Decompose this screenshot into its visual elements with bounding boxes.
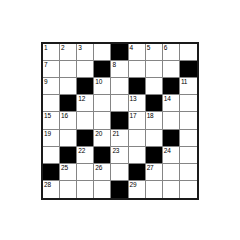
cell-r2c6[interactable] bbox=[129, 61, 146, 78]
block-cell-r3c3 bbox=[77, 78, 94, 95]
cell-r6c6[interactable] bbox=[129, 130, 146, 147]
clue-number-6: 6 bbox=[164, 44, 167, 51]
cell-r4c4[interactable] bbox=[94, 95, 111, 112]
cell-r8c5[interactable] bbox=[111, 164, 128, 181]
cell-r9c1[interactable]: 28 bbox=[43, 181, 60, 198]
clue-number-26: 26 bbox=[95, 164, 102, 171]
cell-r4c1[interactable] bbox=[43, 95, 60, 112]
clue-number-15: 15 bbox=[44, 112, 51, 119]
clue-number-10: 10 bbox=[95, 78, 102, 85]
cell-r9c6[interactable]: 29 bbox=[129, 181, 146, 198]
clue-number-20: 20 bbox=[95, 130, 102, 137]
cell-r9c9[interactable] bbox=[180, 181, 197, 198]
cell-r4c6[interactable]: 13 bbox=[129, 95, 146, 112]
cell-r8c9[interactable] bbox=[180, 164, 197, 181]
block-cell-r8c1 bbox=[43, 164, 60, 181]
cell-r8c8[interactable] bbox=[163, 164, 180, 181]
cell-r7c6[interactable] bbox=[129, 147, 146, 164]
cell-r6c4[interactable]: 20 bbox=[94, 130, 111, 147]
cell-r5c3[interactable] bbox=[77, 112, 94, 129]
cell-r2c7[interactable] bbox=[146, 61, 163, 78]
clue-number-8: 8 bbox=[112, 61, 115, 68]
block-cell-r7c4 bbox=[94, 147, 111, 164]
clue-number-25: 25 bbox=[61, 164, 68, 171]
cell-r3c4[interactable]: 10 bbox=[94, 78, 111, 95]
clue-number-4: 4 bbox=[130, 44, 133, 51]
cell-r8c2[interactable]: 25 bbox=[60, 164, 77, 181]
cell-r3c5[interactable] bbox=[111, 78, 128, 95]
clue-number-14: 14 bbox=[164, 95, 171, 102]
clue-number-11: 11 bbox=[181, 78, 187, 85]
cell-r2c3[interactable] bbox=[77, 61, 94, 78]
cell-r6c1[interactable]: 19 bbox=[43, 130, 60, 147]
cell-r9c2[interactable] bbox=[60, 181, 77, 198]
clue-number-29: 29 bbox=[130, 181, 137, 188]
cell-r5c6[interactable]: 17 bbox=[129, 112, 146, 129]
block-cell-r2c4 bbox=[94, 61, 111, 78]
clue-number-23: 23 bbox=[112, 147, 119, 154]
crossword-board: 1234567891011121314151617181920212223242… bbox=[41, 42, 199, 200]
clue-number-9: 9 bbox=[44, 78, 47, 85]
cell-r3c9[interactable]: 11 bbox=[180, 78, 197, 95]
clue-number-17: 17 bbox=[130, 112, 137, 119]
block-cell-r7c2 bbox=[60, 147, 77, 164]
block-cell-r4c7 bbox=[146, 95, 163, 112]
cell-r2c8[interactable] bbox=[163, 61, 180, 78]
cell-r9c8[interactable] bbox=[163, 181, 180, 198]
block-cell-r7c7 bbox=[146, 147, 163, 164]
block-cell-r5c5 bbox=[111, 112, 128, 129]
block-cell-r1c5 bbox=[111, 44, 128, 61]
cell-r8c4[interactable]: 26 bbox=[94, 164, 111, 181]
cell-r2c5[interactable]: 8 bbox=[111, 61, 128, 78]
clue-number-13: 13 bbox=[130, 95, 137, 102]
page: 1234567891011121314151617181920212223242… bbox=[0, 0, 240, 240]
clue-number-18: 18 bbox=[147, 112, 154, 119]
cell-r4c9[interactable] bbox=[180, 95, 197, 112]
clue-number-24: 24 bbox=[164, 147, 171, 154]
clue-number-7: 7 bbox=[44, 61, 47, 68]
cell-r5c9[interactable] bbox=[180, 112, 197, 129]
cell-r1c4[interactable] bbox=[94, 44, 111, 61]
cell-r3c1[interactable]: 9 bbox=[43, 78, 60, 95]
cell-r7c1[interactable] bbox=[43, 147, 60, 164]
cell-r1c8[interactable]: 6 bbox=[163, 44, 180, 61]
cell-r1c1[interactable]: 1 bbox=[43, 44, 60, 61]
cell-r8c3[interactable] bbox=[77, 164, 94, 181]
cell-r2c2[interactable] bbox=[60, 61, 77, 78]
cell-r4c5[interactable] bbox=[111, 95, 128, 112]
clue-number-12: 12 bbox=[78, 95, 85, 102]
cell-r8c7[interactable]: 27 bbox=[146, 164, 163, 181]
cell-r6c5[interactable]: 21 bbox=[111, 130, 128, 147]
block-cell-r3c8 bbox=[163, 78, 180, 95]
clue-number-1: 1 bbox=[44, 44, 47, 51]
block-cell-r4c2 bbox=[60, 95, 77, 112]
block-cell-r9c5 bbox=[111, 181, 128, 198]
cell-r4c3[interactable]: 12 bbox=[77, 95, 94, 112]
cell-r3c7[interactable] bbox=[146, 78, 163, 95]
cell-r2c1[interactable]: 7 bbox=[43, 61, 60, 78]
cell-r1c3[interactable]: 3 bbox=[77, 44, 94, 61]
clue-number-22: 22 bbox=[78, 147, 85, 154]
cell-r1c2[interactable]: 2 bbox=[60, 44, 77, 61]
block-cell-r3c6 bbox=[129, 78, 146, 95]
block-cell-r2c9 bbox=[180, 61, 197, 78]
clue-number-21: 21 bbox=[112, 130, 119, 137]
clue-number-5: 5 bbox=[147, 44, 150, 51]
cell-r1c7[interactable]: 5 bbox=[146, 44, 163, 61]
clue-number-28: 28 bbox=[44, 181, 51, 188]
cell-r5c2[interactable]: 16 bbox=[60, 112, 77, 129]
cell-r1c6[interactable]: 4 bbox=[129, 44, 146, 61]
clue-number-3: 3 bbox=[78, 44, 81, 51]
cell-r7c5[interactable]: 23 bbox=[111, 147, 128, 164]
cell-r7c8[interactable]: 24 bbox=[163, 147, 180, 164]
cell-r6c9[interactable] bbox=[180, 130, 197, 147]
cell-r7c3[interactable]: 22 bbox=[77, 147, 94, 164]
cell-r3c2[interactable] bbox=[60, 78, 77, 95]
cell-r6c2[interactable] bbox=[60, 130, 77, 147]
cell-r9c4[interactable] bbox=[94, 181, 111, 198]
block-cell-r6c3 bbox=[77, 130, 94, 147]
clue-number-2: 2 bbox=[61, 44, 64, 51]
cell-r6c7[interactable] bbox=[146, 130, 163, 147]
cell-r7c9[interactable] bbox=[180, 147, 197, 164]
cell-r5c1[interactable]: 15 bbox=[43, 112, 60, 129]
block-cell-r6c8 bbox=[163, 130, 180, 147]
block-cell-r8c6 bbox=[129, 164, 146, 181]
cell-r5c7[interactable]: 18 bbox=[146, 112, 163, 129]
cell-r9c7[interactable] bbox=[146, 181, 163, 198]
clue-number-19: 19 bbox=[44, 130, 51, 137]
cell-r5c8[interactable] bbox=[163, 112, 180, 129]
cell-r5c4[interactable] bbox=[94, 112, 111, 129]
cell-r1c9[interactable] bbox=[180, 44, 197, 61]
clue-number-27: 27 bbox=[147, 164, 154, 171]
cell-r9c3[interactable] bbox=[77, 181, 94, 198]
clue-number-16: 16 bbox=[61, 112, 68, 119]
cell-r4c8[interactable]: 14 bbox=[163, 95, 180, 112]
